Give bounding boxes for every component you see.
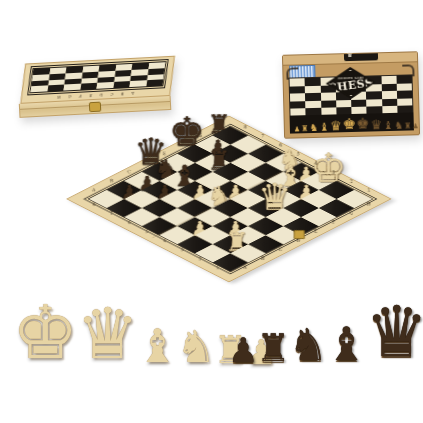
folded-file-letter-c: C <box>110 92 113 97</box>
folded-square <box>31 86 48 93</box>
folded-file-letter-b: B <box>121 91 124 96</box>
rank-label-right-1: 1 <box>367 188 370 192</box>
folded-square <box>80 83 97 90</box>
lineup-light-bishop: ♝ <box>137 323 178 369</box>
rank-label-2: 2 <box>198 256 201 260</box>
file-label-far-g: G <box>198 133 202 137</box>
box-gold-piece-bishop: ♝ <box>319 122 329 133</box>
file-label-g: G <box>349 211 353 215</box>
rank-label-3: 3 <box>180 247 183 251</box>
clasp-icon <box>292 230 306 239</box>
chess-board: ♛♚♜♟♟♞♟♟♝♜♟♞♟♞♟♝♟♟♛♟♚♜ AABBCCDDEEFFGGHH1… <box>66 116 391 283</box>
box-light-pieces-row: ♟♜♞♝♛♚ <box>294 117 357 134</box>
chess-retail-box: WOODEN GAME CHESS ♛ ♟♜♞♝♛♚ ♚♛♝♞♜♟ <box>282 51 420 139</box>
file-label-far-a: A <box>92 188 95 192</box>
rank-label-4: 4 <box>163 238 166 242</box>
rank-label-right-7: 7 <box>261 134 264 138</box>
box-gold-piece-rook: ♜ <box>301 125 308 133</box>
lineup-dark-queen: ♛ <box>365 297 423 367</box>
folded-file-letter-g: G <box>68 94 71 99</box>
folded-board-checkerboard <box>29 61 166 93</box>
lineup-dark-bishop: ♝ <box>326 321 367 367</box>
file-label-b: B <box>261 256 264 260</box>
file-label-far-e: E <box>163 152 166 156</box>
lineup-light-knight: ♞ <box>176 325 215 369</box>
rank-label-1: 1 <box>216 265 219 269</box>
folded-file-letter-d: D <box>100 92 103 97</box>
box-bottom-strip: ♟♜♞♝♛♚ ♚♛♝♞♜♟ <box>290 112 414 133</box>
rank-label-6: 6 <box>127 220 130 224</box>
file-label-f: F <box>332 220 335 224</box>
lineup-dark-knight: ♞ <box>289 323 328 367</box>
folded-square <box>129 80 146 87</box>
clasp-icon <box>89 102 102 113</box>
folded-file-letter-h: H <box>57 94 61 99</box>
lineup-dark-pawn: ♟ <box>228 333 258 367</box>
rank-label-right-5: 5 <box>296 152 299 156</box>
box-dark-piece-bishop: ♝ <box>383 120 393 131</box>
rank-label-5: 5 <box>145 229 148 233</box>
lineup-dark-rook: ♜ <box>256 329 290 367</box>
lineup-light-king: ♚ <box>12 295 78 369</box>
file-label-far-c: C <box>127 170 130 174</box>
folded-square <box>47 85 64 92</box>
box-dark-piece-pawn: ♟ <box>412 123 418 130</box>
folded-chess-board: ABCDEFGH <box>17 56 170 118</box>
file-label-far-h: H <box>215 124 219 128</box>
file-label-far-f: F <box>180 143 183 147</box>
file-label-a: A <box>243 265 246 269</box>
folded-square <box>146 80 163 87</box>
file-label-c: C <box>278 247 281 251</box>
rank-label-right-8: 8 <box>243 124 246 128</box>
box-gold-piece-pawn: ♟ <box>294 126 300 133</box>
rank-label-right-3: 3 <box>332 170 335 174</box>
lineup-light-queen: ♛ <box>76 299 139 369</box>
folded-square <box>113 81 130 88</box>
folded-file-letter-e: E <box>89 93 92 98</box>
box-dark-piece-queen: ♛ <box>370 118 382 131</box>
crown-icon: ♛ <box>347 52 353 59</box>
box-gold-piece-king: ♚ <box>343 117 357 132</box>
folded-square <box>97 82 114 89</box>
box-dark-pieces-row: ♚♛♝♞♜♟ <box>356 115 419 132</box>
folded-file-letter-a: A <box>131 90 134 95</box>
box-gold-piece-queen: ♛ <box>330 119 342 132</box>
piece-wK-g2: ♚ <box>310 148 346 188</box>
dark-pieces-lineup: ♟♜♞♝♛♚ <box>228 293 423 367</box>
folded-square <box>64 84 81 91</box>
file-label-h: H <box>367 202 371 206</box>
file-label-far-d: D <box>145 161 149 165</box>
file-label-far-b: B <box>110 179 113 183</box>
file-label-e: E <box>314 229 317 233</box>
rank-label-7: 7 <box>110 211 113 215</box>
rank-label-right-2: 2 <box>349 179 352 183</box>
box-dark-piece-king: ♚ <box>356 117 370 132</box>
box-dark-piece-rook: ♜ <box>404 122 411 130</box>
rank-label-right-6: 6 <box>279 143 282 147</box>
folded-file-letter-f: F <box>79 93 82 98</box>
box-gold-piece-knight: ♞ <box>309 123 318 133</box>
box-dark-piece-knight: ♞ <box>394 121 403 131</box>
rank-label-8: 8 <box>92 202 95 206</box>
rank-label-right-4: 4 <box>314 161 317 165</box>
